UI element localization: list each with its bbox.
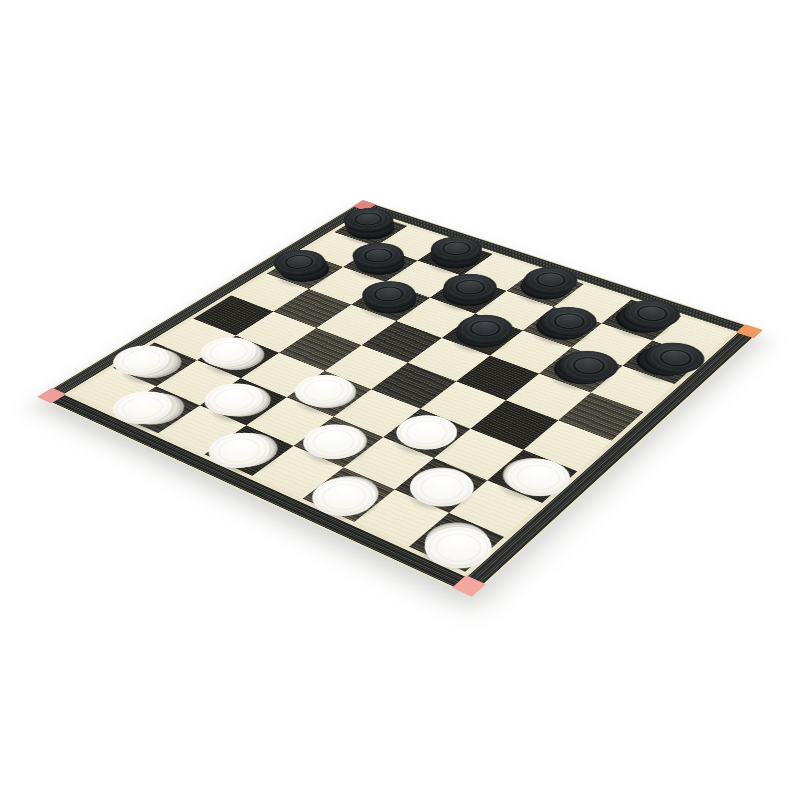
white-checker[interactable] [387,411,467,456]
white-checker[interactable] [208,427,290,473]
white-checker[interactable] [117,344,193,384]
black-checker[interactable] [355,284,426,319]
black-checker[interactable] [346,247,414,280]
white-checker[interactable] [201,337,276,376]
white-checker[interactable] [298,419,379,465]
piece-top-face [398,462,486,514]
black-checker[interactable] [510,270,580,305]
white-checker[interactable] [290,372,368,414]
piece-top-face [291,418,376,466]
checkers-mat [37,200,763,597]
black-checker[interactable] [433,277,503,312]
white-checker[interactable] [491,452,574,501]
black-checker[interactable] [543,350,618,391]
white-checker[interactable] [306,469,391,519]
black-checker[interactable] [421,241,489,273]
black-checker[interactable] [338,214,404,244]
black-checker[interactable] [270,254,339,287]
white-checker[interactable] [204,380,282,423]
black-checker[interactable] [606,301,678,338]
black-checker[interactable] [526,308,598,345]
white-checker[interactable] [399,460,483,509]
black-checker[interactable] [626,342,701,382]
black-checker[interactable] [446,315,519,353]
white-checker[interactable] [117,388,196,431]
pieces-layer [71,212,732,572]
photo-scene [0,0,800,800]
